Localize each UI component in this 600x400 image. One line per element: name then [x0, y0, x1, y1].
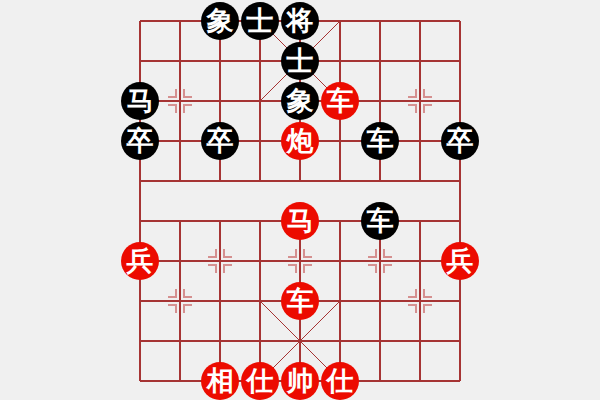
piece-red-advisor[interactable]: 仕 [321, 362, 359, 400]
piece-black-elephant[interactable]: 象 [281, 82, 319, 120]
piece-black-general[interactable]: 将 [281, 2, 319, 40]
piece-red-chariot[interactable]: 车 [281, 282, 319, 320]
piece-red-horse[interactable]: 马 [281, 202, 319, 240]
piece-black-soldier[interactable]: 卒 [201, 122, 239, 160]
piece-red-elephant[interactable]: 相 [201, 362, 239, 400]
piece-black-chariot[interactable]: 车 [361, 202, 399, 240]
piece-red-advisor[interactable]: 仕 [241, 362, 279, 400]
piece-black-horse[interactable]: 马 [121, 82, 159, 120]
piece-black-soldier[interactable]: 卒 [441, 122, 479, 160]
piece-red-general[interactable]: 帅 [281, 362, 319, 400]
piece-black-advisor[interactable]: 士 [281, 42, 319, 80]
piece-black-advisor[interactable]: 士 [241, 2, 279, 40]
piece-black-soldier[interactable]: 卒 [121, 122, 159, 160]
xiangqi-board-screenshot: 象士将士马象车卒卒炮车卒马车兵兵车相仕帅仕 [0, 0, 600, 400]
piece-black-chariot[interactable]: 车 [361, 122, 399, 160]
piece-red-soldier[interactable]: 兵 [441, 242, 479, 280]
piece-red-chariot[interactable]: 车 [321, 82, 359, 120]
piece-black-elephant[interactable]: 象 [201, 2, 239, 40]
piece-red-cannon[interactable]: 炮 [281, 122, 319, 160]
piece-red-soldier[interactable]: 兵 [121, 242, 159, 280]
